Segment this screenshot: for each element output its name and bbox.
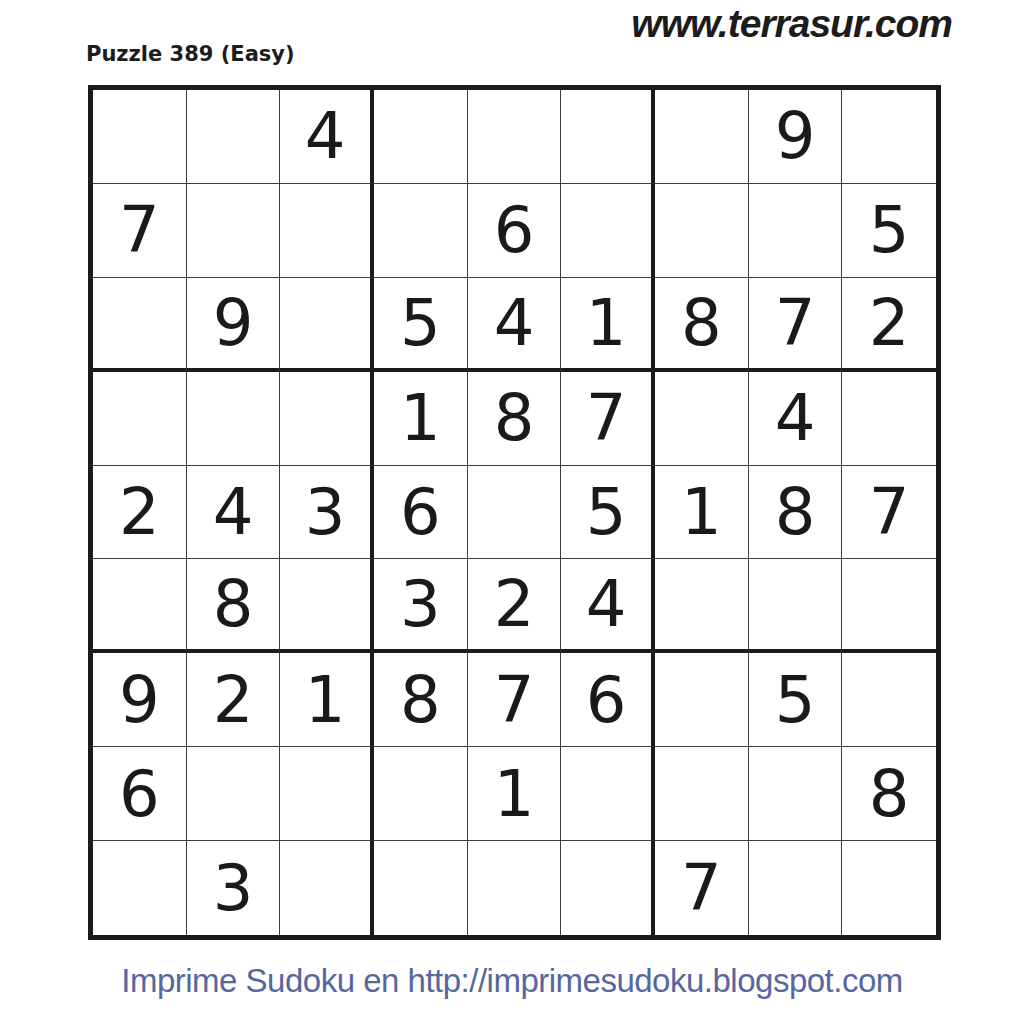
sudoku-cell: 2 (187, 653, 281, 747)
sudoku-cell[interactable] (655, 747, 749, 841)
sudoku-cell[interactable] (280, 747, 374, 841)
sudoku-cell: 7 (749, 278, 843, 372)
footer: Imprime Sudoku en http://imprimesudoku.b… (0, 962, 1024, 1000)
sudoku-cell[interactable] (374, 747, 468, 841)
sudoku-cell: 1 (561, 278, 655, 372)
sudoku-cell[interactable] (468, 90, 562, 184)
sudoku-cell[interactable] (749, 747, 843, 841)
sudoku-cell[interactable] (842, 372, 936, 466)
sudoku-cell[interactable] (749, 841, 843, 935)
sudoku-cell[interactable] (655, 90, 749, 184)
sudoku-cell: 2 (468, 559, 562, 653)
sudoku-cell[interactable] (749, 184, 843, 278)
sudoku-cell: 3 (187, 841, 281, 935)
sudoku-cell: 1 (655, 466, 749, 560)
sudoku-cell[interactable] (93, 559, 187, 653)
sudoku-cell: 3 (374, 559, 468, 653)
sudoku-cell[interactable] (93, 372, 187, 466)
sudoku-cell: 5 (842, 184, 936, 278)
sudoku-cell[interactable] (655, 653, 749, 747)
sudoku-cell: 6 (93, 747, 187, 841)
sudoku-cell[interactable] (842, 841, 936, 935)
sudoku-board: 4976595418721874243651878324921876561837 (88, 85, 941, 940)
sudoku-cell: 8 (655, 278, 749, 372)
sudoku-cell[interactable] (468, 466, 562, 560)
sudoku-cell: 8 (468, 372, 562, 466)
sudoku-cell: 1 (468, 747, 562, 841)
sudoku-cell: 7 (93, 184, 187, 278)
sudoku-cell: 4 (280, 90, 374, 184)
sudoku-cell: 5 (374, 278, 468, 372)
sudoku-cell: 6 (374, 466, 468, 560)
sudoku-cell[interactable] (280, 559, 374, 653)
sudoku-cell: 9 (749, 90, 843, 184)
sudoku-cell: 4 (561, 559, 655, 653)
sudoku-cell: 2 (842, 278, 936, 372)
sudoku-cell[interactable] (187, 184, 281, 278)
sudoku-cell: 4 (187, 466, 281, 560)
sudoku-cell: 9 (187, 278, 281, 372)
sudoku-cell[interactable] (561, 841, 655, 935)
sudoku-cell[interactable] (842, 559, 936, 653)
sudoku-cell: 7 (655, 841, 749, 935)
sudoku-cell: 3 (280, 466, 374, 560)
sudoku-cell[interactable] (187, 372, 281, 466)
sudoku-cell[interactable] (561, 184, 655, 278)
sudoku-cell[interactable] (655, 559, 749, 653)
sudoku-cell[interactable] (842, 90, 936, 184)
puzzle-title: Puzzle 389 (Easy) (86, 42, 295, 66)
sudoku-cell[interactable] (655, 184, 749, 278)
sudoku-cell: 4 (749, 372, 843, 466)
sudoku-cell: 7 (561, 372, 655, 466)
sudoku-cell[interactable] (93, 841, 187, 935)
sudoku-cell[interactable] (374, 184, 468, 278)
sudoku-cell[interactable] (842, 653, 936, 747)
sudoku-cell[interactable] (374, 90, 468, 184)
sudoku-cell[interactable] (187, 747, 281, 841)
sudoku-cell: 6 (468, 184, 562, 278)
sudoku-cell[interactable] (280, 278, 374, 372)
sudoku-cell[interactable] (280, 841, 374, 935)
sudoku-cell: 9 (93, 653, 187, 747)
sudoku-cell: 7 (842, 466, 936, 560)
sudoku-cell: 2 (93, 466, 187, 560)
sudoku-cell[interactable] (374, 841, 468, 935)
site-url: www.terrasur.com (631, 2, 952, 46)
page: www.terrasur.com Puzzle 389 (Easy) 49765… (0, 0, 1024, 1015)
sudoku-cell: 5 (749, 653, 843, 747)
sudoku-cell[interactable] (749, 559, 843, 653)
sudoku-cell[interactable] (655, 372, 749, 466)
sudoku-cell[interactable] (280, 372, 374, 466)
footer-credit-link[interactable]: Imprime Sudoku en http://imprimesudoku.b… (121, 962, 903, 999)
sudoku-cell: 8 (374, 653, 468, 747)
sudoku-cell[interactable] (468, 841, 562, 935)
sudoku-cell[interactable] (280, 184, 374, 278)
sudoku-cell: 8 (842, 747, 936, 841)
sudoku-cell[interactable] (561, 747, 655, 841)
sudoku-cell: 6 (561, 653, 655, 747)
sudoku-cell: 1 (280, 653, 374, 747)
sudoku-cell: 4 (468, 278, 562, 372)
sudoku-cell: 7 (468, 653, 562, 747)
sudoku-cell[interactable] (187, 90, 281, 184)
sudoku-cell[interactable] (93, 278, 187, 372)
sudoku-cell: 8 (187, 559, 281, 653)
sudoku-cell: 8 (749, 466, 843, 560)
sudoku-cell: 1 (374, 372, 468, 466)
sudoku-cell[interactable] (93, 90, 187, 184)
sudoku-cell[interactable] (561, 90, 655, 184)
sudoku-cell: 5 (561, 466, 655, 560)
